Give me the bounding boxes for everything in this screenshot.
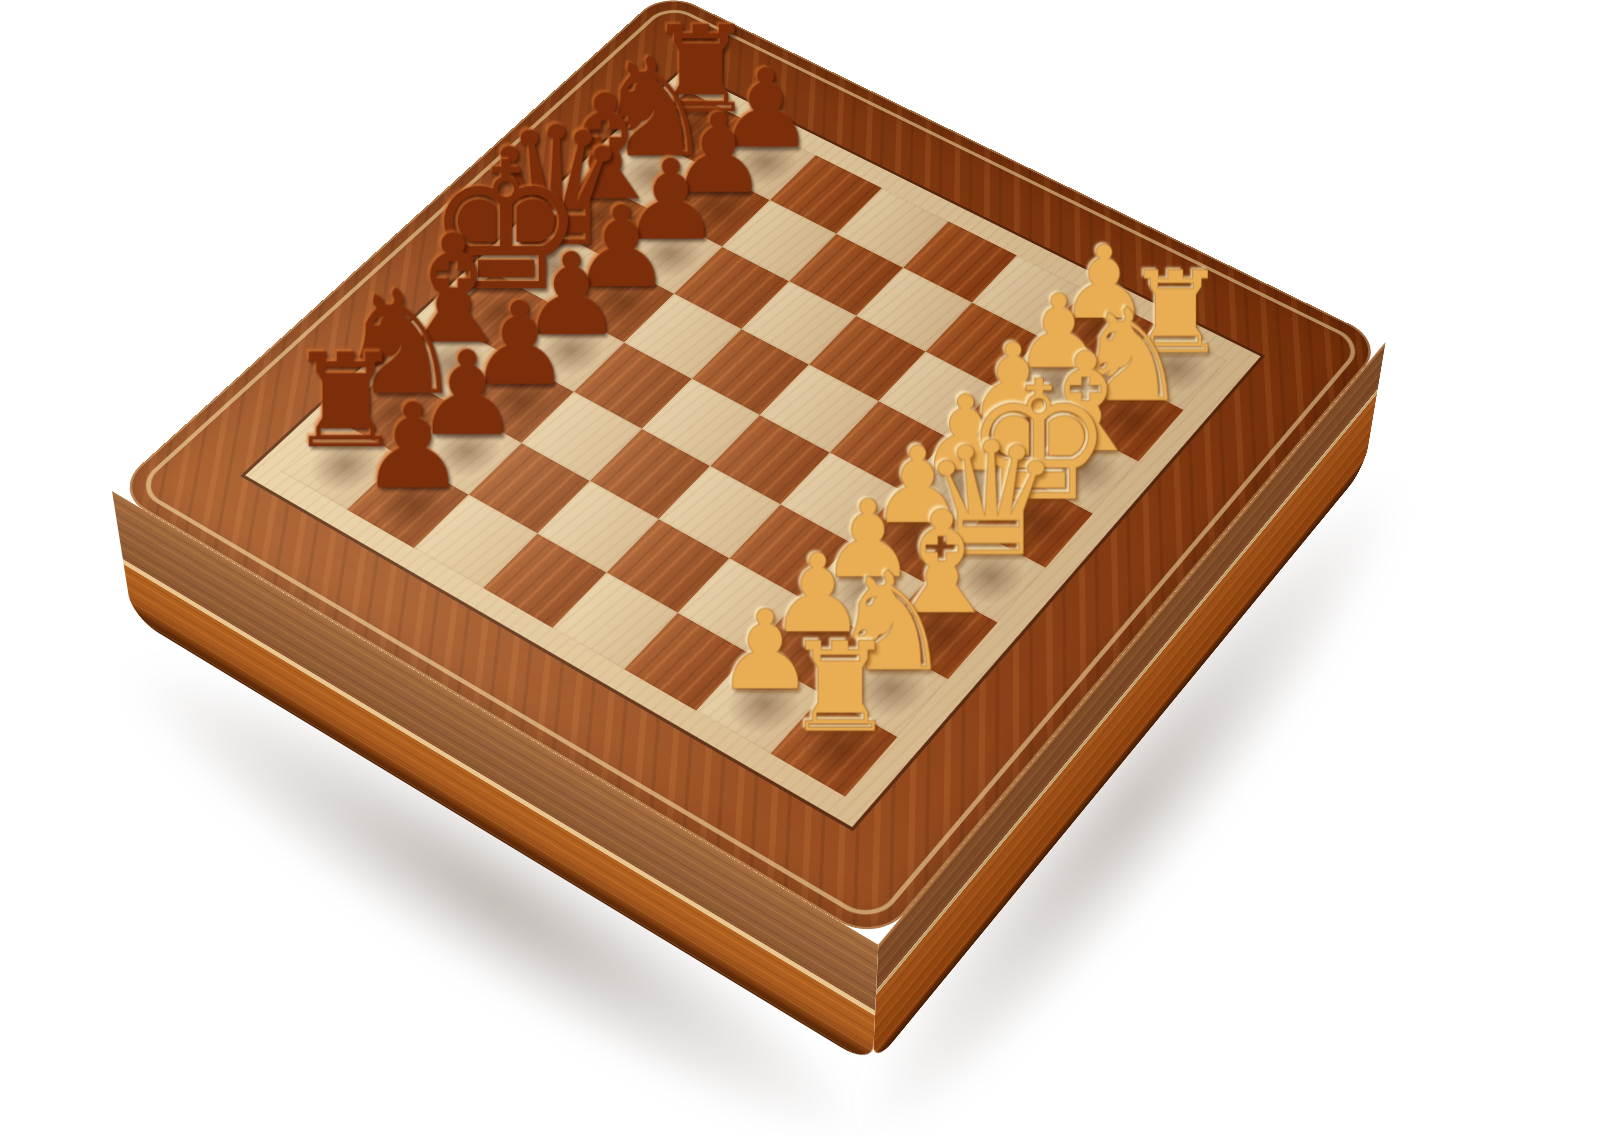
board-top: ♜♞♝♛♚♝♞♜♟♟♟♟♟♟♟♟♟♟♟♟♟♟♟♟♜♞♝♚♛♝♞♜: [112, 0, 1386, 945]
chess-box: ♜♞♝♛♚♝♞♜♟♟♟♟♟♟♟♟♟♟♟♟♟♟♟♟♜♞♝♚♛♝♞♜: [112, 0, 1386, 945]
black-pawn-icon: ♟: [270, 388, 557, 506]
product-photo-scene: ♜♞♝♛♚♝♞♜♟♟♟♟♟♟♟♟♟♟♟♟♟♟♟♟♜♞♝♚♛♝♞♜: [0, 0, 1600, 1137]
white-rook-icon: ♜: [689, 625, 992, 749]
